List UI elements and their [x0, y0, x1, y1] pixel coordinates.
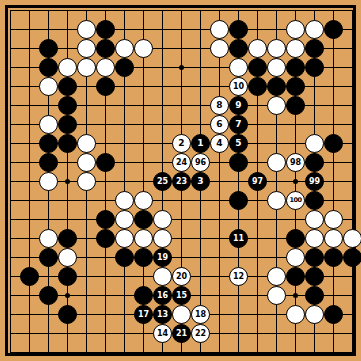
black-stone[interactable] [305, 153, 324, 172]
white-stone[interactable] [305, 305, 324, 324]
white-stone[interactable] [324, 229, 343, 248]
white-stone[interactable] [77, 134, 96, 153]
white-stone-move-4[interactable]: 4 [210, 134, 229, 153]
black-stone[interactable] [58, 305, 77, 324]
black-stone[interactable] [96, 39, 115, 58]
move-number: 98 [290, 159, 301, 167]
white-stone[interactable] [267, 267, 286, 286]
black-stone[interactable] [324, 20, 343, 39]
white-stone[interactable] [267, 58, 286, 77]
black-stone[interactable] [58, 115, 77, 134]
white-stone-move-100[interactable]: 100 [286, 191, 305, 210]
black-stone[interactable] [58, 96, 77, 115]
black-stone[interactable] [58, 77, 77, 96]
white-stone[interactable] [77, 20, 96, 39]
move-number: 12 [233, 273, 244, 281]
move-number: 2 [178, 139, 184, 148]
go-board[interactable]: 1089672145249698252339799100111920121615… [0, 0, 361, 361]
black-stone-move-23[interactable]: 23 [172, 172, 191, 191]
move-number: 99 [309, 178, 320, 186]
black-stone-move-9[interactable]: 9 [229, 96, 248, 115]
black-stone[interactable] [39, 58, 58, 77]
black-stone[interactable] [248, 77, 267, 96]
white-stone[interactable] [286, 248, 305, 267]
white-stone[interactable] [305, 229, 324, 248]
move-number: 100 [289, 197, 301, 204]
white-stone[interactable] [267, 96, 286, 115]
move-number: 5 [235, 139, 241, 148]
move-number: 1 [197, 139, 203, 148]
white-stone[interactable] [115, 39, 134, 58]
black-stone[interactable] [96, 210, 115, 229]
white-stone-move-20[interactable]: 20 [172, 267, 191, 286]
black-stone[interactable] [58, 134, 77, 153]
star-point [179, 65, 184, 70]
white-stone-move-2[interactable]: 2 [172, 134, 191, 153]
black-stone[interactable] [267, 77, 286, 96]
move-number: 20 [176, 273, 187, 281]
white-stone[interactable] [77, 58, 96, 77]
move-number: 25 [157, 178, 168, 186]
black-stone-move-11[interactable]: 11 [229, 229, 248, 248]
move-number: 23 [176, 178, 187, 186]
star-point [293, 179, 298, 184]
black-stone[interactable] [324, 248, 343, 267]
move-number: 3 [197, 177, 203, 186]
white-stone[interactable] [286, 20, 305, 39]
black-stone[interactable] [96, 229, 115, 248]
black-stone[interactable] [39, 286, 58, 305]
black-stone[interactable] [305, 286, 324, 305]
black-stone[interactable] [134, 248, 153, 267]
black-stone[interactable] [115, 58, 134, 77]
black-stone-move-25[interactable]: 25 [153, 172, 172, 191]
white-stone[interactable] [77, 39, 96, 58]
black-stone[interactable] [115, 248, 134, 267]
white-stone[interactable] [58, 248, 77, 267]
move-number: 7 [235, 120, 241, 129]
black-stone-move-17[interactable]: 17 [134, 305, 153, 324]
white-stone[interactable] [153, 210, 172, 229]
move-number: 11 [233, 235, 244, 243]
white-stone-move-14[interactable]: 14 [153, 324, 172, 343]
move-number: 13 [157, 311, 168, 319]
white-stone[interactable] [77, 172, 96, 191]
black-stone-move-13[interactable]: 13 [153, 305, 172, 324]
black-stone[interactable] [324, 305, 343, 324]
black-stone[interactable] [286, 267, 305, 286]
white-stone[interactable] [267, 286, 286, 305]
black-stone-move-7[interactable]: 7 [229, 115, 248, 134]
black-stone[interactable] [39, 134, 58, 153]
black-stone[interactable] [96, 20, 115, 39]
white-stone-move-24[interactable]: 24 [172, 153, 191, 172]
white-stone[interactable] [248, 39, 267, 58]
move-number: 6 [216, 120, 222, 129]
white-stone[interactable] [324, 210, 343, 229]
black-stone-move-97[interactable]: 97 [248, 172, 267, 191]
black-stone-move-5[interactable]: 5 [229, 134, 248, 153]
black-stone-move-3[interactable]: 3 [191, 172, 210, 191]
black-stone[interactable] [305, 248, 324, 267]
white-stone[interactable] [267, 39, 286, 58]
black-stone-move-15[interactable]: 15 [172, 286, 191, 305]
white-stone[interactable] [229, 58, 248, 77]
black-stone[interactable] [58, 229, 77, 248]
white-stone[interactable] [153, 229, 172, 248]
black-stone[interactable] [286, 58, 305, 77]
white-stone[interactable] [305, 20, 324, 39]
star-point [65, 179, 70, 184]
black-stone[interactable] [248, 58, 267, 77]
black-stone-move-99[interactable]: 99 [305, 172, 324, 191]
white-stone[interactable] [305, 134, 324, 153]
black-stone[interactable] [286, 77, 305, 96]
white-stone[interactable] [96, 58, 115, 77]
black-stone[interactable] [305, 58, 324, 77]
black-stone[interactable] [229, 191, 248, 210]
white-stone[interactable] [39, 229, 58, 248]
black-stone-move-21[interactable]: 21 [172, 324, 191, 343]
move-number: 17 [138, 311, 149, 319]
white-stone[interactable] [115, 210, 134, 229]
black-stone[interactable] [229, 153, 248, 172]
white-stone[interactable] [343, 229, 361, 248]
black-stone-move-1[interactable]: 1 [191, 134, 210, 153]
black-stone[interactable] [58, 267, 77, 286]
white-stone[interactable] [172, 305, 191, 324]
black-stone[interactable] [305, 39, 324, 58]
white-stone-move-22[interactable]: 22 [191, 324, 210, 343]
move-number: 14 [157, 330, 168, 338]
move-number: 16 [157, 292, 168, 300]
black-stone[interactable] [324, 134, 343, 153]
white-stone-move-18[interactable]: 18 [191, 305, 210, 324]
white-stone-move-12[interactable]: 12 [229, 267, 248, 286]
move-number: 4 [216, 139, 222, 148]
white-stone[interactable] [286, 305, 305, 324]
white-stone[interactable] [210, 39, 229, 58]
move-number: 22 [195, 330, 206, 338]
black-stone[interactable] [39, 39, 58, 58]
move-number: 18 [195, 311, 206, 319]
white-stone[interactable] [115, 229, 134, 248]
white-stone[interactable] [39, 115, 58, 134]
black-stone[interactable] [96, 77, 115, 96]
white-stone[interactable] [134, 229, 153, 248]
white-stone[interactable] [115, 191, 134, 210]
star-point [65, 293, 70, 298]
white-stone[interactable] [286, 39, 305, 58]
black-stone[interactable] [39, 248, 58, 267]
white-stone-move-98[interactable]: 98 [286, 153, 305, 172]
move-number: 97 [252, 178, 263, 186]
white-stone[interactable] [58, 58, 77, 77]
move-number: 21 [176, 330, 187, 338]
white-stone[interactable] [39, 172, 58, 191]
white-stone[interactable] [267, 191, 286, 210]
move-number: 8 [216, 101, 222, 110]
black-stone[interactable] [20, 267, 39, 286]
black-stone[interactable] [305, 267, 324, 286]
black-stone[interactable] [305, 191, 324, 210]
move-number: 9 [235, 101, 241, 110]
white-stone[interactable] [134, 39, 153, 58]
white-stone[interactable] [267, 153, 286, 172]
black-stone[interactable] [134, 286, 153, 305]
black-stone[interactable] [39, 153, 58, 172]
white-stone[interactable] [305, 210, 324, 229]
white-stone[interactable] [134, 191, 153, 210]
move-number: 10 [233, 83, 244, 91]
white-stone[interactable] [210, 20, 229, 39]
black-stone[interactable] [286, 229, 305, 248]
white-stone-move-8[interactable]: 8 [210, 96, 229, 115]
move-number: 15 [176, 292, 187, 300]
black-stone[interactable] [229, 20, 248, 39]
black-stone[interactable] [229, 39, 248, 58]
white-stone[interactable] [153, 267, 172, 286]
move-number: 24 [176, 159, 187, 167]
black-stone[interactable] [96, 153, 115, 172]
black-stone[interactable] [343, 248, 361, 267]
white-stone-move-10[interactable]: 10 [229, 77, 248, 96]
black-stone-move-16[interactable]: 16 [153, 286, 172, 305]
black-stone-move-19[interactable]: 19 [153, 248, 172, 267]
white-stone-move-96[interactable]: 96 [191, 153, 210, 172]
move-number: 96 [195, 159, 206, 167]
black-stone[interactable] [134, 210, 153, 229]
white-stone[interactable] [77, 153, 96, 172]
white-stone-move-6[interactable]: 6 [210, 115, 229, 134]
white-stone[interactable] [39, 77, 58, 96]
move-number: 19 [157, 254, 168, 262]
black-stone[interactable] [286, 96, 305, 115]
star-point [293, 293, 298, 298]
